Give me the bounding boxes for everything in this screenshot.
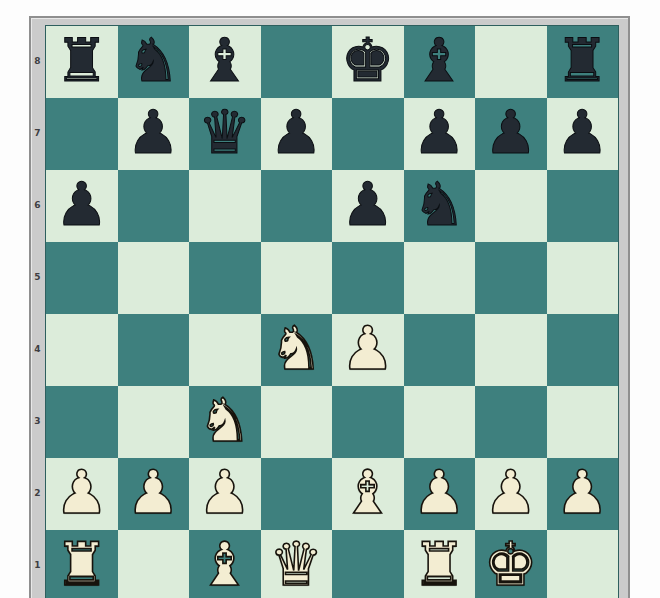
rank-label-8: 8 [31,56,44,66]
piece-white-pawn[interactable]: ♟ [341,318,395,378]
square-c1[interactable]: ♝ [189,530,261,598]
square-h5[interactable] [547,242,619,314]
square-f5[interactable] [404,242,476,314]
piece-black-knight[interactable]: ♞ [412,174,466,234]
square-b7[interactable]: ♟ [118,98,190,170]
square-b8[interactable]: ♞ [118,26,190,98]
piece-white-bishop[interactable]: ♝ [341,462,395,522]
piece-white-pawn[interactable]: ♟ [126,462,180,522]
square-g8[interactable] [475,26,547,98]
piece-black-bishop[interactable]: ♝ [198,30,252,90]
square-e3[interactable] [332,386,404,458]
piece-black-pawn[interactable]: ♟ [55,174,109,234]
square-d2[interactable] [261,458,333,530]
square-g7[interactable]: ♟ [475,98,547,170]
square-f6[interactable]: ♞ [404,170,476,242]
square-d5[interactable] [261,242,333,314]
square-d6[interactable] [261,170,333,242]
square-f7[interactable]: ♟ [404,98,476,170]
piece-black-bishop[interactable]: ♝ [412,30,466,90]
square-g3[interactable] [475,386,547,458]
square-e7[interactable] [332,98,404,170]
square-b5[interactable] [118,242,190,314]
piece-white-pawn[interactable]: ♟ [484,462,538,522]
square-g2[interactable]: ♟ [475,458,547,530]
square-a2[interactable]: ♟ [46,458,118,530]
rank-label-7: 7 [31,128,44,138]
rank-label-6: 6 [31,200,44,210]
square-e8[interactable]: ♚ [332,26,404,98]
square-f1[interactable]: ♜ [404,530,476,598]
piece-white-pawn[interactable]: ♟ [412,462,466,522]
square-c8[interactable]: ♝ [189,26,261,98]
square-h4[interactable] [547,314,619,386]
square-a4[interactable] [46,314,118,386]
rank-label-5: 5 [31,272,44,282]
piece-black-pawn[interactable]: ♟ [269,102,323,162]
piece-black-pawn[interactable]: ♟ [412,102,466,162]
square-b4[interactable] [118,314,190,386]
piece-black-queen[interactable]: ♛ [198,102,252,162]
square-d8[interactable] [261,26,333,98]
square-h1[interactable] [547,530,619,598]
piece-black-rook[interactable]: ♜ [55,30,109,90]
square-h7[interactable]: ♟ [547,98,619,170]
piece-white-pawn[interactable]: ♟ [55,462,109,522]
rank-label-3: 3 [31,416,44,426]
piece-black-pawn[interactable]: ♟ [341,174,395,234]
square-f2[interactable]: ♟ [404,458,476,530]
piece-black-pawn[interactable]: ♟ [484,102,538,162]
square-e1[interactable] [332,530,404,598]
square-a6[interactable]: ♟ [46,170,118,242]
square-f4[interactable] [404,314,476,386]
square-d7[interactable]: ♟ [261,98,333,170]
piece-white-pawn[interactable]: ♟ [198,462,252,522]
square-e6[interactable]: ♟ [332,170,404,242]
square-d4[interactable]: ♞ [261,314,333,386]
square-a5[interactable] [46,242,118,314]
square-h3[interactable] [547,386,619,458]
piece-black-pawn[interactable]: ♟ [126,102,180,162]
square-b3[interactable] [118,386,190,458]
square-e5[interactable] [332,242,404,314]
square-f3[interactable] [404,386,476,458]
piece-white-pawn[interactable]: ♟ [555,462,609,522]
square-a8[interactable]: ♜ [46,26,118,98]
square-c4[interactable] [189,314,261,386]
square-b1[interactable] [118,530,190,598]
square-h2[interactable]: ♟ [547,458,619,530]
piece-white-knight[interactable]: ♞ [198,390,252,450]
rank-label-4: 4 [31,344,44,354]
square-g1[interactable]: ♚ [475,530,547,598]
square-c6[interactable] [189,170,261,242]
piece-black-pawn[interactable]: ♟ [555,102,609,162]
square-c7[interactable]: ♛ [189,98,261,170]
square-h8[interactable]: ♜ [547,26,619,98]
square-g6[interactable] [475,170,547,242]
piece-black-rook[interactable]: ♜ [555,30,609,90]
square-d1[interactable]: ♛ [261,530,333,598]
piece-white-rook[interactable]: ♜ [55,534,109,594]
square-g4[interactable] [475,314,547,386]
square-b6[interactable] [118,170,190,242]
square-b2[interactable]: ♟ [118,458,190,530]
square-a7[interactable] [46,98,118,170]
square-d3[interactable] [261,386,333,458]
piece-white-bishop[interactable]: ♝ [198,534,252,594]
rank-label-2: 2 [31,488,44,498]
piece-white-knight[interactable]: ♞ [269,318,323,378]
square-c3[interactable]: ♞ [189,386,261,458]
piece-white-rook[interactable]: ♜ [412,534,466,594]
square-e2[interactable]: ♝ [332,458,404,530]
page-background: 87654321 ♜♞♝♚♝♜♟♛♟♟♟♟♟♟♞♞♟♞♟♟♟♝♟♟♟♜♝♛♜♚ [0,0,660,598]
board-frame: 87654321 ♜♞♝♚♝♜♟♛♟♟♟♟♟♟♞♞♟♞♟♟♟♝♟♟♟♜♝♛♜♚ [29,16,630,598]
piece-white-king[interactable]: ♚ [484,534,538,594]
piece-black-knight[interactable]: ♞ [126,30,180,90]
square-h6[interactable] [547,170,619,242]
piece-black-king[interactable]: ♚ [341,30,395,90]
square-c5[interactable] [189,242,261,314]
piece-white-queen[interactable]: ♛ [269,534,323,594]
board[interactable]: ♜♞♝♚♝♜♟♛♟♟♟♟♟♟♞♞♟♞♟♟♟♝♟♟♟♜♝♛♜♚ [45,25,619,598]
square-g5[interactable] [475,242,547,314]
square-c2[interactable]: ♟ [189,458,261,530]
rank-label-1: 1 [31,560,44,570]
square-f8[interactable]: ♝ [404,26,476,98]
square-e4[interactable]: ♟ [332,314,404,386]
square-a1[interactable]: ♜ [46,530,118,598]
square-a3[interactable] [46,386,118,458]
